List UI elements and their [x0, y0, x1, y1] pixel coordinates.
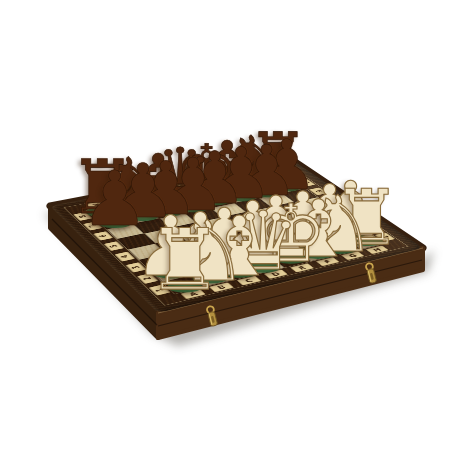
coord-label: C	[143, 193, 152, 197]
coord-label: H	[262, 170, 271, 174]
coord-label: 4	[119, 254, 130, 258]
coord-label: 6	[98, 234, 109, 238]
coord-label: A	[188, 291, 199, 296]
coord-label: E	[192, 183, 201, 187]
coord-label: 2	[142, 276, 154, 281]
coord-label: G	[239, 174, 248, 178]
coord-label: 1	[154, 288, 166, 293]
coord-label: C	[244, 278, 254, 283]
coord-label: 5	[108, 244, 119, 248]
coord-label: 2	[366, 225, 376, 229]
chess-set-photo: 88AA77BB66CC55DD44EE33FF22GG11HH ♜♞♝♛♚♝♞…	[0, 0, 473, 473]
coord-label: 4	[339, 207, 349, 211]
coord-label: 1	[380, 235, 390, 239]
coord-label: 7	[301, 181, 311, 184]
coord-label: G	[347, 253, 358, 258]
coord-label: D	[270, 272, 281, 277]
coord-label: E	[297, 265, 307, 270]
coord-label: 3	[352, 216, 362, 220]
coord-label: B	[216, 285, 227, 290]
coord-label: 3	[130, 265, 141, 269]
coord-label: 8	[78, 215, 89, 219]
coord-label: F	[323, 259, 333, 264]
coord-label: 8	[289, 173, 299, 176]
coord-label: B	[118, 198, 127, 202]
coord-label: 7	[87, 224, 98, 228]
coord-label: D	[168, 188, 178, 192]
coord-label: 6	[313, 190, 323, 193]
coord-label: A	[92, 203, 101, 207]
coord-label: 5	[326, 198, 336, 201]
coord-label: F	[216, 179, 224, 183]
coord-label: H	[372, 247, 383, 252]
